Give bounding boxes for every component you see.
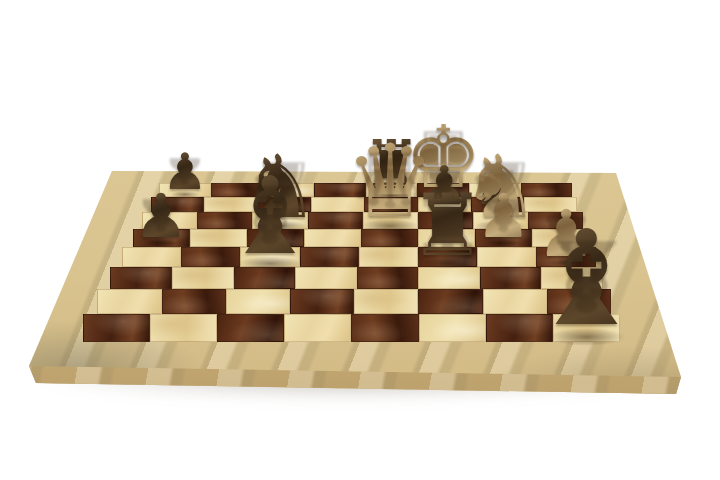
- dark-bishop-c4[interactable]: ♝♝: [206, 163, 334, 270]
- chess-set-photo: ♟♟♜♜♚♚♟♟♟♟♞♞♛♛♞♞♟♟♟♟♝♝♜♜♟♟♝♝: [0, 0, 720, 480]
- dark-pawn-a5[interactable]: ♟♟: [125, 186, 198, 247]
- dark-rook-f4[interactable]: ♜♜: [396, 183, 499, 269]
- pieces-layer: ♟♟♜♜♚♚♟♟♟♟♞♞♛♛♞♞♟♟♟♟♝♝♜♜♟♟♝♝: [0, 0, 720, 480]
- piece-reflection: ♝: [508, 225, 666, 324]
- piece-reflection: ♟: [125, 192, 198, 238]
- piece-reflection: ♜: [396, 190, 499, 254]
- dark-bishop-h1[interactable]: ♝♝: [508, 213, 666, 345]
- piece-reflection: ♝: [206, 173, 334, 253]
